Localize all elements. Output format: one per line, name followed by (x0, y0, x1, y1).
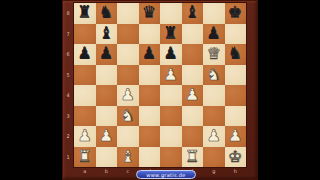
square-d3 (139, 106, 161, 127)
piece-black-pawn: ♟ (207, 25, 221, 41)
square-d6: ♟ (139, 44, 161, 65)
piece-black-rook: ♜ (164, 25, 178, 41)
square-h4 (225, 85, 247, 106)
square-a8: ♜ (74, 3, 96, 24)
square-c2 (117, 126, 139, 147)
piece-black-bishop: ♝ (185, 5, 199, 21)
square-e3 (160, 106, 182, 127)
rank-label-1: 1 (62, 147, 74, 168)
rank-label-5: 5 (62, 65, 74, 86)
square-a5 (74, 65, 96, 86)
square-g6: ♛ (203, 44, 225, 65)
square-b7: ♝ (96, 24, 118, 45)
square-h8: ♚ (225, 3, 247, 24)
piece-white-pawn: ♟ (99, 128, 113, 144)
square-e6: ♟ (160, 44, 182, 65)
square-c8 (117, 3, 139, 24)
piece-white-queen: ♛ (207, 46, 221, 62)
square-g3 (203, 106, 225, 127)
piece-white-king: ♚ (228, 148, 242, 164)
square-f3 (182, 106, 204, 127)
rank-label-6: 6 (62, 44, 74, 65)
square-g4 (203, 85, 225, 106)
square-g1 (203, 147, 225, 168)
square-h2: ♟ (225, 126, 247, 147)
piece-white-pawn: ♟ (228, 128, 242, 144)
square-f2 (182, 126, 204, 147)
square-g2: ♟ (203, 126, 225, 147)
chess-board: ♜♞♛♝♚♝♜♟♟♟♟♟♛♞♟♞♟♟♞♟♟♟♟♜♝♜♚ (74, 3, 246, 167)
square-b1 (96, 147, 118, 168)
rank-label-3: 3 (62, 106, 74, 127)
square-c4: ♟ (117, 85, 139, 106)
piece-white-rook: ♜ (78, 148, 92, 164)
piece-white-pawn: ♟ (185, 87, 199, 103)
piece-white-pawn: ♟ (164, 66, 178, 82)
square-a1: ♜ (74, 147, 96, 168)
square-d5 (139, 65, 161, 86)
square-f7 (182, 24, 204, 45)
square-c6 (117, 44, 139, 65)
piece-white-pawn: ♟ (121, 87, 135, 103)
piece-black-pawn: ♟ (142, 46, 156, 62)
piece-black-knight: ♞ (99, 5, 113, 21)
square-a7 (74, 24, 96, 45)
square-d1 (139, 147, 161, 168)
file-label-b: b (96, 167, 118, 174)
square-g7: ♟ (203, 24, 225, 45)
square-h6: ♞ (225, 44, 247, 65)
piece-black-pawn: ♟ (164, 46, 178, 62)
piece-black-pawn: ♟ (78, 46, 92, 62)
piece-black-bishop: ♝ (99, 25, 113, 41)
rank-labels: 87654321 (62, 3, 74, 167)
square-c7 (117, 24, 139, 45)
square-h7 (225, 24, 247, 45)
video-frame: 87654321 ♜♞♛♝♚♝♜♟♟♟♟♟♛♞♟♞♟♟♞♟♟♟♟♜♝♜♚ abc… (0, 0, 320, 180)
piece-white-knight: ♞ (121, 107, 135, 123)
square-b3 (96, 106, 118, 127)
square-d8: ♛ (139, 3, 161, 24)
square-b5 (96, 65, 118, 86)
square-g8 (203, 3, 225, 24)
chess-board-frame: 87654321 ♜♞♛♝♚♝♜♟♟♟♟♟♛♞♟♞♟♟♞♟♟♟♟♜♝♜♚ abc… (62, 0, 258, 180)
watermark-pill: www.gratis.de (136, 170, 196, 179)
square-d2 (139, 126, 161, 147)
square-b6: ♟ (96, 44, 118, 65)
square-b4 (96, 85, 118, 106)
rank-label-8: 8 (62, 3, 74, 24)
piece-black-queen: ♛ (142, 5, 156, 21)
piece-black-pawn: ♟ (99, 46, 113, 62)
square-a3 (74, 106, 96, 127)
rank-label-7: 7 (62, 24, 74, 45)
square-c1: ♝ (117, 147, 139, 168)
square-g5: ♞ (203, 65, 225, 86)
square-f4: ♟ (182, 85, 204, 106)
square-f8: ♝ (182, 3, 204, 24)
square-c3: ♞ (117, 106, 139, 127)
piece-white-knight: ♞ (207, 66, 221, 82)
square-h3 (225, 106, 247, 127)
square-a4 (74, 85, 96, 106)
piece-black-king: ♚ (228, 5, 242, 21)
watermark-text: www.gratis.de (146, 172, 185, 178)
piece-white-bishop: ♝ (121, 148, 135, 164)
square-h5 (225, 65, 247, 86)
square-f5 (182, 65, 204, 86)
piece-black-knight: ♞ (228, 46, 242, 62)
square-e1 (160, 147, 182, 168)
square-e7: ♜ (160, 24, 182, 45)
square-e2 (160, 126, 182, 147)
square-c5 (117, 65, 139, 86)
square-b2: ♟ (96, 126, 118, 147)
square-h1: ♚ (225, 147, 247, 168)
square-d4 (139, 85, 161, 106)
square-f1: ♜ (182, 147, 204, 168)
rank-label-4: 4 (62, 85, 74, 106)
square-e4 (160, 85, 182, 106)
square-d7 (139, 24, 161, 45)
file-label-h: h (225, 167, 247, 174)
piece-black-rook: ♜ (78, 5, 92, 21)
square-e5: ♟ (160, 65, 182, 86)
square-a6: ♟ (74, 44, 96, 65)
piece-white-rook: ♜ (185, 148, 199, 164)
rank-label-2: 2 (62, 126, 74, 147)
square-a2: ♟ (74, 126, 96, 147)
square-b8: ♞ (96, 3, 118, 24)
square-e8 (160, 3, 182, 24)
piece-white-pawn: ♟ (78, 128, 92, 144)
file-label-g: g (203, 167, 225, 174)
piece-white-pawn: ♟ (207, 128, 221, 144)
file-label-a: a (74, 167, 96, 174)
square-f6 (182, 44, 204, 65)
